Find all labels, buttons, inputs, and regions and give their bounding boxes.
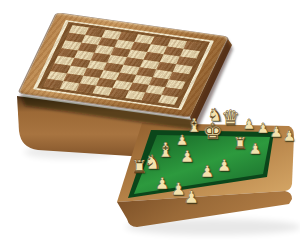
piece-pawn: ♟ [184, 189, 199, 206]
piece-pawn: ♟ [180, 149, 194, 165]
piece-king: ♚ [203, 121, 223, 143]
piece-pawn: ♟ [282, 129, 295, 144]
piece-pawn: ♟ [176, 133, 189, 147]
piece-pawn: ♟ [248, 142, 261, 157]
piece-rook: ♜ [233, 136, 247, 152]
piece-pawn: ♟ [155, 176, 169, 192]
piece-queen: ♛ [221, 108, 240, 129]
chess-set-photo: ♞♛♟♟♟♟♝♚♟♜♟♝♟♟♟♞♜♟♟♟ [0, 0, 300, 244]
piece-pawn: ♟ [217, 158, 231, 174]
piece-bishop: ♝ [186, 116, 203, 135]
piece-pawn: ♟ [243, 117, 256, 131]
piece-pawn: ♟ [257, 121, 270, 135]
piece-rook: ♜ [131, 158, 147, 176]
drawer-pieces-layer: ♞♛♟♟♟♟♝♚♟♜♟♝♟♟♟♞♜♟♟♟ [0, 0, 300, 244]
piece-pawn: ♟ [269, 125, 282, 140]
piece-pawn: ♟ [200, 164, 214, 180]
